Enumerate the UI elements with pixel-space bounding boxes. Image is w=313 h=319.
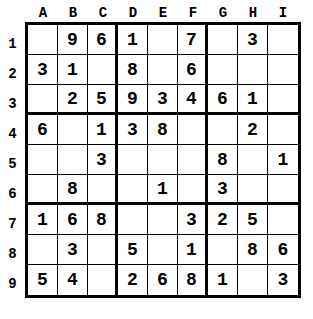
cell-C3[interactable]: 5 [88,85,118,115]
row-label-2: 2 [0,59,25,89]
cell-B1[interactable]: 9 [58,25,88,55]
cell-I8[interactable]: 6 [268,235,298,265]
cell-C6[interactable] [88,175,118,205]
row-label-8: 8 [0,239,25,269]
cell-B3[interactable]: 2 [58,85,88,115]
cell-C5[interactable]: 3 [88,145,118,175]
cell-H5[interactable] [238,145,268,175]
cell-D3[interactable]: 9 [118,85,148,115]
cell-D8[interactable]: 5 [118,235,148,265]
cell-G2[interactable] [208,55,238,85]
cell-C9[interactable] [88,265,118,295]
cell-B6[interactable]: 8 [58,175,88,205]
cell-E6[interactable]: 1 [148,175,178,205]
cell-H1[interactable]: 3 [238,25,268,55]
sudoku-grid: 9617331862593461613823818131683253518654… [25,22,301,298]
cell-G1[interactable] [208,25,238,55]
cell-A5[interactable] [28,145,58,175]
cell-I4[interactable] [268,115,298,145]
cell-F8[interactable]: 1 [178,235,208,265]
cell-D9[interactable]: 2 [118,265,148,295]
cell-A6[interactable] [28,175,58,205]
cell-D7[interactable] [118,205,148,235]
column-label-A: A [28,0,58,22]
cell-C4[interactable]: 1 [88,115,118,145]
cell-I5[interactable]: 1 [268,145,298,175]
cell-E5[interactable] [148,145,178,175]
cell-C7[interactable]: 8 [88,205,118,235]
cell-I9[interactable]: 3 [268,265,298,295]
cell-G6[interactable]: 3 [208,175,238,205]
row-label-5: 5 [0,149,25,179]
cell-C2[interactable] [88,55,118,85]
column-label-G: G [208,0,238,22]
cell-A4[interactable]: 6 [28,115,58,145]
column-label-E: E [148,0,178,22]
cell-G4[interactable] [208,115,238,145]
cell-A2[interactable]: 3 [28,55,58,85]
cell-E7[interactable] [148,205,178,235]
cell-B9[interactable]: 4 [58,265,88,295]
column-label-H: H [238,0,268,22]
cell-H7[interactable]: 5 [238,205,268,235]
cell-I2[interactable] [268,55,298,85]
cell-F1[interactable]: 7 [178,25,208,55]
cell-G3[interactable]: 6 [208,85,238,115]
cell-E3[interactable]: 3 [148,85,178,115]
row-label-3: 3 [0,89,25,119]
cell-F6[interactable] [178,175,208,205]
cell-F5[interactable] [178,145,208,175]
cell-F3[interactable]: 4 [178,85,208,115]
cell-D4[interactable]: 3 [118,115,148,145]
cell-D5[interactable] [118,145,148,175]
cell-A1[interactable] [28,25,58,55]
cell-H9[interactable] [238,265,268,295]
column-label-D: D [118,0,148,22]
cell-H3[interactable]: 1 [238,85,268,115]
cell-A9[interactable]: 5 [28,265,58,295]
cell-G9[interactable]: 1 [208,265,238,295]
column-label-C: C [88,0,118,22]
cell-B4[interactable] [58,115,88,145]
row-labels: 123456789 [0,25,25,295]
cell-H4[interactable]: 2 [238,115,268,145]
cell-I6[interactable] [268,175,298,205]
row-label-1: 1 [0,29,25,59]
cell-F2[interactable]: 6 [178,55,208,85]
cell-H2[interactable] [238,55,268,85]
cell-F4[interactable] [178,115,208,145]
cell-E4[interactable]: 8 [148,115,178,145]
cell-G8[interactable] [208,235,238,265]
cell-A7[interactable]: 1 [28,205,58,235]
cell-H8[interactable]: 8 [238,235,268,265]
column-label-B: B [58,0,88,22]
cell-D6[interactable] [118,175,148,205]
column-label-I: I [268,0,298,22]
row-label-4: 4 [0,119,25,149]
cell-E8[interactable] [148,235,178,265]
cell-B5[interactable] [58,145,88,175]
row-label-9: 9 [0,269,25,299]
cell-D1[interactable]: 1 [118,25,148,55]
cell-B8[interactable]: 3 [58,235,88,265]
cell-I7[interactable] [268,205,298,235]
cell-I1[interactable] [268,25,298,55]
cell-E1[interactable] [148,25,178,55]
cell-B7[interactable]: 6 [58,205,88,235]
cell-C1[interactable]: 6 [88,25,118,55]
cell-I3[interactable] [268,85,298,115]
cell-C8[interactable] [88,235,118,265]
cell-B2[interactable]: 1 [58,55,88,85]
cell-G7[interactable]: 2 [208,205,238,235]
cell-A8[interactable] [28,235,58,265]
cell-H6[interactable] [238,175,268,205]
cell-F7[interactable]: 3 [178,205,208,235]
cell-E9[interactable]: 6 [148,265,178,295]
cell-D2[interactable]: 8 [118,55,148,85]
cell-F9[interactable]: 8 [178,265,208,295]
cell-A3[interactable] [28,85,58,115]
row-label-6: 6 [0,179,25,209]
column-labels: ABCDEFGHI [28,0,298,22]
row-label-7: 7 [0,209,25,239]
cell-G5[interactable]: 8 [208,145,238,175]
cell-E2[interactable] [148,55,178,85]
column-label-F: F [178,0,208,22]
